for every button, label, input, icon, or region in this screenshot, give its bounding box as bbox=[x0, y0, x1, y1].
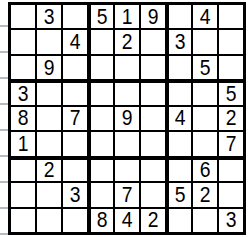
cell-r7c1[interactable] bbox=[11, 158, 35, 181]
cell-r8c4[interactable] bbox=[89, 183, 113, 206]
cell-r3c1[interactable] bbox=[11, 56, 35, 79]
cell-r8c7[interactable]: 5 bbox=[167, 183, 191, 206]
cell-r8c3[interactable]: 3 bbox=[63, 183, 87, 206]
given-digit: 3 bbox=[18, 83, 29, 105]
cell-r6c6[interactable] bbox=[141, 132, 165, 155]
given-digit: 7 bbox=[122, 184, 133, 206]
cell-r1c7[interactable] bbox=[167, 5, 191, 28]
given-digit: 1 bbox=[18, 133, 29, 155]
cell-r2c7[interactable]: 3 bbox=[167, 30, 191, 53]
cell-r4c8[interactable] bbox=[193, 81, 217, 104]
given-digit: 4 bbox=[122, 209, 133, 231]
cell-r5c7[interactable]: 4 bbox=[167, 107, 191, 130]
cell-r5c4[interactable] bbox=[89, 107, 113, 130]
cell-r5c6[interactable] bbox=[141, 107, 165, 130]
cell-r9c7[interactable] bbox=[167, 209, 191, 232]
given-digit: 8 bbox=[97, 209, 108, 231]
cell-r8c6[interactable] bbox=[141, 183, 165, 206]
cell-r9c5[interactable]: 4 bbox=[115, 209, 139, 232]
cell-r7c3[interactable] bbox=[63, 158, 87, 181]
cell-r4c9[interactable]: 5 bbox=[219, 81, 243, 104]
cell-r3c7[interactable] bbox=[167, 56, 191, 79]
cell-r6c2[interactable] bbox=[37, 132, 61, 155]
cell-r5c8[interactable] bbox=[193, 107, 217, 130]
cell-r9c2[interactable] bbox=[37, 209, 61, 232]
cell-r1c4[interactable]: 5 bbox=[89, 5, 113, 28]
cell-r4c5[interactable] bbox=[115, 81, 139, 104]
cell-r9c6[interactable]: 2 bbox=[141, 209, 165, 232]
given-digit: 2 bbox=[226, 107, 237, 129]
cell-r8c5[interactable]: 7 bbox=[115, 183, 139, 206]
cell-r7c2[interactable]: 2 bbox=[37, 158, 61, 181]
given-digit: 8 bbox=[18, 107, 29, 129]
cell-r6c1[interactable]: 1 bbox=[11, 132, 35, 155]
cell-r5c9[interactable]: 2 bbox=[219, 107, 243, 130]
cell-r9c1[interactable] bbox=[11, 209, 35, 232]
cell-r2c1[interactable] bbox=[11, 30, 35, 53]
given-digit: 9 bbox=[148, 6, 159, 28]
given-digit: 7 bbox=[70, 107, 81, 129]
cell-r7c4[interactable] bbox=[89, 158, 113, 181]
cell-r1c8[interactable]: 4 bbox=[193, 5, 217, 28]
cell-r5c3[interactable]: 7 bbox=[63, 107, 87, 130]
cell-r9c3[interactable] bbox=[63, 209, 87, 232]
cell-r6c4[interactable] bbox=[89, 132, 113, 155]
given-digit: 6 bbox=[200, 159, 211, 181]
cell-r7c6[interactable] bbox=[141, 158, 165, 181]
cell-r2c2[interactable] bbox=[37, 30, 61, 53]
sudoku-board: 35194423953587942172637528423 bbox=[8, 2, 246, 235]
cell-r9c8[interactable] bbox=[193, 209, 217, 232]
cell-r8c9[interactable] bbox=[219, 183, 243, 206]
cell-r6c9[interactable]: 7 bbox=[219, 132, 243, 155]
cell-r7c9[interactable] bbox=[219, 158, 243, 181]
given-digit: 9 bbox=[44, 57, 55, 79]
given-digit: 5 bbox=[200, 57, 211, 79]
cell-r3c2[interactable]: 9 bbox=[37, 56, 61, 79]
given-digit: 1 bbox=[122, 6, 133, 28]
cell-r5c1[interactable]: 8 bbox=[11, 107, 35, 130]
given-digit: 3 bbox=[226, 209, 237, 231]
given-digit: 3 bbox=[44, 6, 55, 28]
cell-r7c8[interactable]: 6 bbox=[193, 158, 217, 181]
given-digit: 4 bbox=[200, 6, 211, 28]
given-digit: 3 bbox=[175, 31, 186, 53]
cell-r1c2[interactable]: 3 bbox=[37, 5, 61, 28]
cell-r4c2[interactable] bbox=[37, 81, 61, 104]
cell-r1c3[interactable] bbox=[63, 5, 87, 28]
cell-r9c4[interactable]: 8 bbox=[89, 209, 113, 232]
given-digit: 5 bbox=[226, 83, 237, 105]
cell-r6c5[interactable] bbox=[115, 132, 139, 155]
cell-r4c3[interactable] bbox=[63, 81, 87, 104]
cell-r3c5[interactable] bbox=[115, 56, 139, 79]
cell-r5c2[interactable] bbox=[37, 107, 61, 130]
given-digit: 5 bbox=[97, 6, 108, 28]
cell-r8c2[interactable] bbox=[37, 183, 61, 206]
given-digit: 9 bbox=[122, 107, 133, 129]
cell-r7c7[interactable] bbox=[167, 158, 191, 181]
given-digit: 7 bbox=[226, 133, 237, 155]
cell-r2c9[interactable] bbox=[219, 30, 243, 53]
given-digit: 3 bbox=[70, 184, 81, 206]
cell-r1c1[interactable] bbox=[11, 5, 35, 28]
cell-r7c5[interactable] bbox=[115, 158, 139, 181]
given-digit: 2 bbox=[122, 31, 133, 53]
cell-r2c5[interactable]: 2 bbox=[115, 30, 139, 53]
cell-r6c7[interactable] bbox=[167, 132, 191, 155]
cell-r5c5[interactable]: 9 bbox=[115, 107, 139, 130]
cell-r6c8[interactable] bbox=[193, 132, 217, 155]
cell-r3c4[interactable] bbox=[89, 56, 113, 79]
cell-r3c8[interactable]: 5 bbox=[193, 56, 217, 79]
cell-r3c6[interactable] bbox=[141, 56, 165, 79]
cell-r8c8[interactable]: 2 bbox=[193, 183, 217, 206]
cell-r4c1[interactable]: 3 bbox=[11, 81, 35, 104]
cell-r1c6[interactable]: 9 bbox=[141, 5, 165, 28]
cell-r3c3[interactable] bbox=[63, 56, 87, 79]
cell-r2c6[interactable] bbox=[141, 30, 165, 53]
given-digit: 5 bbox=[175, 184, 186, 206]
cell-r8c1[interactable] bbox=[11, 183, 35, 206]
given-digit: 2 bbox=[148, 209, 159, 231]
left-edge-tick-marks bbox=[0, 1, 8, 236]
cell-r2c3[interactable]: 4 bbox=[63, 30, 87, 53]
cell-r4c7[interactable] bbox=[167, 81, 191, 104]
cell-r4c4[interactable] bbox=[89, 81, 113, 104]
given-digit: 4 bbox=[175, 107, 186, 129]
given-digit: 2 bbox=[200, 184, 211, 206]
cell-r1c5[interactable]: 1 bbox=[115, 5, 139, 28]
cell-r2c4[interactable] bbox=[89, 30, 113, 53]
sudoku-puzzle: 35194423953587942172637528423 bbox=[0, 0, 248, 237]
cell-r6c3[interactable] bbox=[63, 132, 87, 155]
given-digit: 4 bbox=[70, 31, 81, 53]
cell-r2c8[interactable] bbox=[193, 30, 217, 53]
cell-r3c9[interactable] bbox=[219, 56, 243, 79]
cell-r1c9[interactable] bbox=[219, 5, 243, 28]
cell-r4c6[interactable] bbox=[141, 81, 165, 104]
cell-r9c9[interactable]: 3 bbox=[219, 209, 243, 232]
given-digit: 2 bbox=[44, 159, 55, 181]
